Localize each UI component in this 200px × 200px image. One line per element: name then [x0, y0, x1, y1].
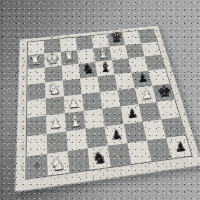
white-pawn-g4: ♟: [140, 84, 152, 103]
rank-label: 3: [19, 124, 27, 131]
square-c1: [68, 148, 90, 172]
square-h4: ♚: [152, 84, 174, 102]
photo-scene: 87654321 ♛♜♚♜♝♞♝♞♟♟♟♚♟♝♟♟❖♞♞♟: [0, 0, 200, 200]
rank-label: 4: [19, 106, 26, 113]
rank-label: 1: [18, 164, 26, 172]
square-d1: ♞: [88, 146, 111, 170]
square-b1: ♞: [47, 151, 69, 175]
rank-label: 8: [21, 47, 27, 52]
board-maker-emblem-icon: ❖: [33, 160, 41, 172]
rank-label: 2: [18, 143, 26, 151]
white-rook-c7: ♜: [63, 48, 76, 66]
square-d5: [80, 77, 100, 95]
square-d4: [82, 92, 102, 111]
square-h2: [161, 117, 185, 138]
black-queen-f8: ♛: [109, 29, 124, 46]
board: ♛♜♚♜♝♞♝♞♟♟♟♚♟♝♟♟❖♞♞♟: [27, 29, 192, 178]
square-b7: ♚: [44, 52, 61, 68]
white-knight-b5: ♞: [46, 79, 61, 98]
black-pawn-h1: ♟: [173, 136, 187, 158]
black-pawn-e2: ♟: [110, 124, 124, 145]
black-knight-d1: ♞: [91, 147, 108, 170]
square-c3: ♝: [65, 111, 86, 132]
square-f8: ♛: [107, 33, 125, 47]
square-e6: ♝: [95, 60, 114, 76]
square-a2: [27, 134, 48, 157]
square-a1: ❖: [27, 154, 48, 178]
black-king-h4: ♚: [156, 82, 172, 102]
square-a5: [27, 83, 45, 101]
square-d3: [84, 109, 105, 129]
white-rook-a7: ♜: [29, 51, 42, 69]
square-g1: [147, 138, 172, 161]
board-frame: 87654321 ♛♜♚♜♝♞♝♞♟♟♟♚♟♝♟♟❖♞♞♟: [15, 26, 200, 192]
white-knight-b1: ♞: [49, 152, 66, 175]
square-f1: [127, 141, 151, 164]
white-bishop-c3: ♝: [67, 110, 83, 131]
white-pawn-b3: ♟: [49, 113, 63, 134]
white-king-b7: ♚: [44, 49, 60, 67]
black-pawn-f3: ♟: [126, 104, 139, 124]
chessboard-photo: 87654321 ♛♜♚♜♝♞♝♞♟♟♟♚♟♝♟♟❖♞♞♟: [15, 26, 200, 192]
square-a3: [27, 116, 47, 137]
square-b5: ♞: [45, 81, 64, 99]
rank-label: 6: [20, 75, 27, 81]
square-b2: [47, 132, 68, 154]
square-h1: ♟: [166, 136, 191, 159]
black-knight-d6: ♞: [81, 60, 95, 79]
rank-label: 5: [20, 90, 27, 96]
black-bishop-e6: ♝: [98, 58, 112, 77]
square-d6: ♞: [79, 62, 98, 78]
rank-label: 7: [21, 60, 28, 65]
